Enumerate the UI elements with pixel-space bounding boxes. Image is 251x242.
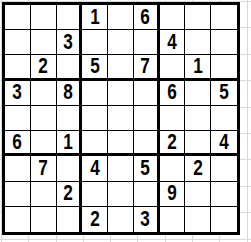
given-digit: 3 bbox=[140, 208, 150, 231]
cell-r8c1[interactable] bbox=[5, 182, 31, 207]
given-digit: 1 bbox=[90, 6, 100, 29]
cell-r7c9[interactable] bbox=[211, 156, 237, 181]
cell-r3c7[interactable] bbox=[160, 55, 186, 80]
given-digit: 8 bbox=[63, 81, 73, 104]
cell-r9c9[interactable] bbox=[211, 207, 237, 232]
cell-r6c2[interactable] bbox=[31, 131, 57, 156]
cell-r4c2[interactable] bbox=[31, 81, 57, 106]
cell-r4c4[interactable] bbox=[82, 81, 108, 106]
cell-r2c4[interactable] bbox=[82, 30, 108, 55]
cell-r6c7[interactable]: 2 bbox=[160, 131, 186, 156]
cell-r2c5[interactable] bbox=[108, 30, 134, 55]
cell-r3c4[interactable]: 5 bbox=[82, 55, 108, 80]
cell-r3c9[interactable] bbox=[211, 55, 237, 80]
given-digit: 6 bbox=[13, 131, 23, 154]
given-digit: 6 bbox=[167, 81, 177, 104]
cell-r3c1[interactable] bbox=[5, 55, 31, 80]
cell-r2c1[interactable] bbox=[5, 30, 31, 55]
cell-r4c3[interactable]: 8 bbox=[57, 81, 83, 106]
given-digit: 4 bbox=[90, 157, 100, 180]
cell-r4c7[interactable]: 6 bbox=[160, 81, 186, 106]
cell-r6c9[interactable]: 4 bbox=[211, 131, 237, 156]
cell-r1c5[interactable] bbox=[108, 5, 134, 30]
cell-r8c4[interactable] bbox=[82, 182, 108, 207]
given-digit: 3 bbox=[13, 81, 23, 104]
given-digit: 1 bbox=[63, 131, 73, 154]
cell-r1c1[interactable] bbox=[5, 5, 31, 30]
cell-r5c3[interactable] bbox=[57, 106, 83, 131]
given-digit: 6 bbox=[140, 6, 150, 29]
given-digit: 2 bbox=[167, 131, 177, 154]
cell-r4c8[interactable] bbox=[185, 81, 211, 106]
cell-r6c5[interactable] bbox=[108, 131, 134, 156]
given-digit: 2 bbox=[90, 208, 100, 231]
cell-r3c3[interactable] bbox=[57, 55, 83, 80]
cell-r8c2[interactable] bbox=[31, 182, 57, 207]
cell-r9c8[interactable] bbox=[185, 207, 211, 232]
cell-r5c2[interactable] bbox=[31, 106, 57, 131]
cell-r6c1[interactable]: 6 bbox=[5, 131, 31, 156]
cell-r7c3[interactable] bbox=[57, 156, 83, 181]
cell-r5c4[interactable] bbox=[82, 106, 108, 131]
cell-r1c3[interactable] bbox=[57, 5, 83, 30]
cell-r7c4[interactable]: 4 bbox=[82, 156, 108, 181]
cell-r2c7[interactable]: 4 bbox=[160, 30, 186, 55]
cell-r2c2[interactable] bbox=[31, 30, 57, 55]
sudoku-screenshot: 163425713865612474522923 bbox=[0, 0, 251, 242]
cell-r6c4[interactable] bbox=[82, 131, 108, 156]
cell-r7c6[interactable]: 5 bbox=[134, 156, 160, 181]
cell-r1c4[interactable]: 1 bbox=[82, 5, 108, 30]
cell-r5c7[interactable] bbox=[160, 106, 186, 131]
cell-r9c3[interactable] bbox=[57, 207, 83, 232]
cell-r7c1[interactable] bbox=[5, 156, 31, 181]
cell-r9c4[interactable]: 2 bbox=[82, 207, 108, 232]
cell-r2c3[interactable]: 3 bbox=[57, 30, 83, 55]
cell-r3c8[interactable]: 1 bbox=[185, 55, 211, 80]
cell-r8c7[interactable]: 9 bbox=[160, 182, 186, 207]
cell-r7c7[interactable] bbox=[160, 156, 186, 181]
given-digit: 4 bbox=[167, 31, 177, 54]
cell-r3c2[interactable]: 2 bbox=[31, 55, 57, 80]
cell-r9c1[interactable] bbox=[5, 207, 31, 232]
given-digit: 1 bbox=[193, 55, 203, 78]
cell-r8c8[interactable] bbox=[185, 182, 211, 207]
cell-r4c6[interactable] bbox=[134, 81, 160, 106]
cell-r6c3[interactable]: 1 bbox=[57, 131, 83, 156]
given-digit: 7 bbox=[38, 157, 48, 180]
cell-r7c5[interactable] bbox=[108, 156, 134, 181]
cell-r4c5[interactable] bbox=[108, 81, 134, 106]
cell-r4c9[interactable]: 5 bbox=[211, 81, 237, 106]
cell-r5c1[interactable] bbox=[5, 106, 31, 131]
given-digit: 2 bbox=[38, 55, 48, 78]
given-digit: 5 bbox=[90, 55, 100, 78]
cell-r8c9[interactable] bbox=[211, 182, 237, 207]
cell-r3c5[interactable] bbox=[108, 55, 134, 80]
cell-r8c6[interactable] bbox=[134, 182, 160, 207]
cell-r9c5[interactable] bbox=[108, 207, 134, 232]
cell-r2c9[interactable] bbox=[211, 30, 237, 55]
given-digit: 3 bbox=[63, 31, 73, 54]
sudoku-board: 163425713865612474522923 bbox=[2, 2, 240, 235]
cell-r9c7[interactable] bbox=[160, 207, 186, 232]
cell-r1c7[interactable] bbox=[160, 5, 186, 30]
cell-r5c9[interactable] bbox=[211, 106, 237, 131]
given-digit: 5 bbox=[219, 81, 229, 104]
cell-r6c6[interactable] bbox=[134, 131, 160, 156]
cell-r7c8[interactable]: 2 bbox=[185, 156, 211, 181]
given-digit: 7 bbox=[140, 55, 150, 78]
cell-r7c2[interactable]: 7 bbox=[31, 156, 57, 181]
given-digit: 2 bbox=[193, 157, 203, 180]
cell-r1c2[interactable] bbox=[31, 5, 57, 30]
given-digit: 5 bbox=[140, 157, 150, 180]
cell-r9c2[interactable] bbox=[31, 207, 57, 232]
cell-r6c8[interactable] bbox=[185, 131, 211, 156]
cell-r5c5[interactable] bbox=[108, 106, 134, 131]
cell-r4c1[interactable]: 3 bbox=[5, 81, 31, 106]
cell-r9c6[interactable]: 3 bbox=[134, 207, 160, 232]
cell-r2c8[interactable] bbox=[185, 30, 211, 55]
cell-r1c8[interactable] bbox=[185, 5, 211, 30]
given-digit: 4 bbox=[219, 131, 229, 154]
cell-r8c3[interactable]: 2 bbox=[57, 182, 83, 207]
cell-r3c6[interactable]: 7 bbox=[134, 55, 160, 80]
cell-r5c6[interactable] bbox=[134, 106, 160, 131]
cell-r2c6[interactable] bbox=[134, 30, 160, 55]
given-digit: 2 bbox=[63, 182, 73, 205]
cell-r1c9[interactable] bbox=[211, 5, 237, 30]
cell-r5c8[interactable] bbox=[185, 106, 211, 131]
cell-r8c5[interactable] bbox=[108, 182, 134, 207]
given-digit: 9 bbox=[167, 182, 177, 205]
cell-r1c6[interactable]: 6 bbox=[134, 5, 160, 30]
